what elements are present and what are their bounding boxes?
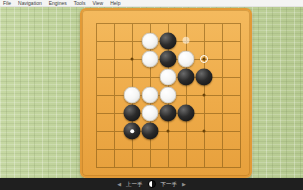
white-stone[interactable] <box>178 51 195 68</box>
app-window: File Navigation Engines Tools View Help … <box>0 0 303 190</box>
board-area <box>0 7 303 178</box>
menu-item-tools[interactable]: Tools <box>74 0 86 6</box>
black-stone[interactable] <box>160 51 177 68</box>
hoshi-point <box>167 130 170 133</box>
white-stone[interactable] <box>160 87 177 104</box>
prev-move-label[interactable]: 上一手 <box>126 178 143 190</box>
black-stone[interactable] <box>160 105 177 122</box>
next-move-label[interactable]: 下一手 <box>161 178 178 190</box>
black-stone[interactable] <box>124 105 141 122</box>
menu-item-engines[interactable]: Engines <box>49 0 67 6</box>
menu-item-help[interactable]: Help <box>110 0 120 6</box>
last-move-marker <box>130 129 135 134</box>
prev-move-arrow-icon[interactable]: ◀ <box>117 178 121 190</box>
hoshi-point <box>203 94 206 97</box>
turn-indicator-stone-icon[interactable] <box>148 180 156 188</box>
white-stone[interactable] <box>142 105 159 122</box>
white-stone[interactable] <box>142 87 159 104</box>
black-stone[interactable] <box>142 123 159 140</box>
white-stone[interactable] <box>142 33 159 50</box>
black-stone[interactable] <box>160 33 177 50</box>
hoshi-point <box>131 58 134 61</box>
next-move-arrow-icon[interactable]: ▶ <box>182 178 186 190</box>
white-ring-marker <box>200 55 208 63</box>
menu-bar: File Navigation Engines Tools View Help <box>0 0 303 7</box>
menu-item-navigation[interactable]: Navigation <box>18 0 42 6</box>
black-stone[interactable] <box>124 123 141 140</box>
black-stone[interactable] <box>178 105 195 122</box>
hoshi-point <box>203 130 206 133</box>
player-bar: ◀ 上一手 下一手 ▶ <box>0 178 303 190</box>
ghost-stone-marker <box>183 37 190 44</box>
black-stone[interactable] <box>196 69 213 86</box>
white-stone[interactable] <box>142 51 159 68</box>
menu-item-view[interactable]: View <box>92 0 103 6</box>
menu-item-file[interactable]: File <box>3 0 11 6</box>
white-stone[interactable] <box>124 87 141 104</box>
white-stone[interactable] <box>160 69 177 86</box>
go-board[interactable] <box>80 8 252 178</box>
black-stone[interactable] <box>178 69 195 86</box>
